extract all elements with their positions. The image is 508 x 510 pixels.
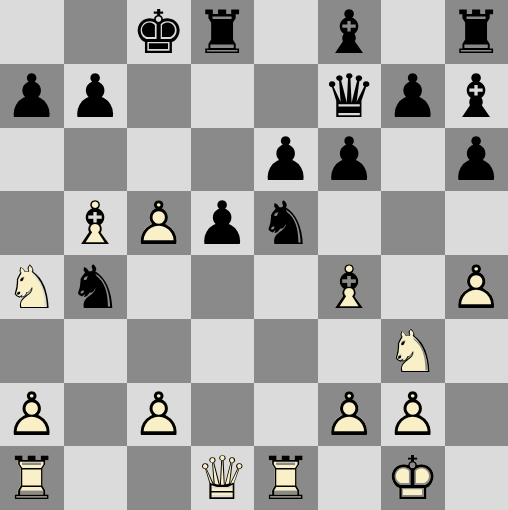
square-d2[interactable]	[191, 383, 255, 447]
square-a4[interactable]: ♞♘	[0, 255, 64, 319]
black-knight-piece: ♞	[64, 255, 128, 319]
square-a2[interactable]: ♟♙	[0, 383, 64, 447]
square-a8[interactable]	[0, 0, 64, 64]
square-d8[interactable]: ♜	[191, 0, 255, 64]
square-d7[interactable]	[191, 64, 255, 128]
square-d3[interactable]	[191, 319, 255, 383]
square-b4[interactable]: ♞	[64, 255, 128, 319]
square-d6[interactable]	[191, 128, 255, 192]
white-rook-piece: ♜♖	[0, 446, 64, 510]
white-pawn-piece: ♟♙	[127, 383, 191, 447]
square-e7[interactable]	[254, 64, 318, 128]
square-c8[interactable]: ♚	[127, 0, 191, 64]
black-bishop-piece: ♝	[318, 0, 382, 64]
white-rook-piece: ♜♖	[254, 446, 318, 510]
white-bishop-piece: ♝♗	[318, 255, 382, 319]
square-a5[interactable]	[0, 191, 64, 255]
black-queen-piece: ♛	[318, 64, 382, 128]
square-g6[interactable]	[381, 128, 445, 192]
black-pawn-piece: ♟	[191, 191, 255, 255]
square-h8[interactable]: ♜	[445, 0, 508, 64]
square-c2[interactable]: ♟♙	[127, 383, 191, 447]
square-g5[interactable]	[381, 191, 445, 255]
square-h3[interactable]	[445, 319, 508, 383]
square-a1[interactable]: ♜♖	[0, 446, 64, 510]
square-g7[interactable]: ♟	[381, 64, 445, 128]
square-a3[interactable]	[0, 319, 64, 383]
square-e1[interactable]: ♜♖	[254, 446, 318, 510]
square-f7[interactable]: ♛	[318, 64, 382, 128]
square-h1[interactable]	[445, 446, 508, 510]
square-h6[interactable]: ♟	[445, 128, 508, 192]
white-knight-piece: ♞♘	[0, 255, 64, 319]
white-pawn-piece: ♟♙	[127, 191, 191, 255]
square-f1[interactable]	[318, 446, 382, 510]
square-b1[interactable]	[64, 446, 128, 510]
white-pawn-piece: ♟♙	[381, 383, 445, 447]
black-pawn-piece: ♟	[381, 64, 445, 128]
black-rook-piece: ♜	[191, 0, 255, 64]
black-knight-piece: ♞	[254, 191, 318, 255]
square-e6[interactable]: ♟	[254, 128, 318, 192]
white-pawn-piece: ♟♙	[318, 383, 382, 447]
black-pawn-piece: ♟	[254, 128, 318, 192]
square-b3[interactable]	[64, 319, 128, 383]
square-f3[interactable]	[318, 319, 382, 383]
black-pawn-piece: ♟	[445, 128, 508, 192]
square-a6[interactable]	[0, 128, 64, 192]
square-c7[interactable]	[127, 64, 191, 128]
square-f6[interactable]: ♟	[318, 128, 382, 192]
square-c1[interactable]	[127, 446, 191, 510]
square-h4[interactable]: ♟♙	[445, 255, 508, 319]
square-a7[interactable]: ♟	[0, 64, 64, 128]
square-d1[interactable]: ♛♕	[191, 446, 255, 510]
white-king-piece: ♚♔	[381, 446, 445, 510]
square-d5[interactable]: ♟	[191, 191, 255, 255]
square-f5[interactable]	[318, 191, 382, 255]
square-h5[interactable]	[445, 191, 508, 255]
white-bishop-piece: ♝♗	[64, 191, 128, 255]
white-pawn-piece: ♟♙	[445, 255, 508, 319]
square-e5[interactable]: ♞	[254, 191, 318, 255]
black-pawn-piece: ♟	[64, 64, 128, 128]
chess-board: ♚♜♝♜♟♟♛♟♝♟♟♟♝♗♟♙♟♞♞♘♞♝♗♟♙♞♘♟♙♟♙♟♙♟♙♜♖♛♕♜…	[0, 0, 508, 510]
square-c6[interactable]	[127, 128, 191, 192]
square-g1[interactable]: ♚♔	[381, 446, 445, 510]
black-pawn-piece: ♟	[318, 128, 382, 192]
square-g3[interactable]: ♞♘	[381, 319, 445, 383]
square-g8[interactable]	[381, 0, 445, 64]
square-g2[interactable]: ♟♙	[381, 383, 445, 447]
square-e4[interactable]	[254, 255, 318, 319]
black-pawn-piece: ♟	[0, 64, 64, 128]
square-c3[interactable]	[127, 319, 191, 383]
square-b5[interactable]: ♝♗	[64, 191, 128, 255]
square-h2[interactable]	[445, 383, 508, 447]
white-pawn-piece: ♟♙	[0, 383, 64, 447]
square-g4[interactable]	[381, 255, 445, 319]
square-b2[interactable]	[64, 383, 128, 447]
white-queen-piece: ♛♕	[191, 446, 255, 510]
square-h7[interactable]: ♝	[445, 64, 508, 128]
square-c5[interactable]: ♟♙	[127, 191, 191, 255]
white-knight-piece: ♞♘	[381, 319, 445, 383]
black-king-piece: ♚	[127, 0, 191, 64]
square-e8[interactable]	[254, 0, 318, 64]
square-b8[interactable]	[64, 0, 128, 64]
square-e3[interactable]	[254, 319, 318, 383]
square-d4[interactable]	[191, 255, 255, 319]
square-c4[interactable]	[127, 255, 191, 319]
square-b6[interactable]	[64, 128, 128, 192]
square-b7[interactable]: ♟	[64, 64, 128, 128]
square-e2[interactable]	[254, 383, 318, 447]
square-f2[interactable]: ♟♙	[318, 383, 382, 447]
square-f8[interactable]: ♝	[318, 0, 382, 64]
black-bishop-piece: ♝	[445, 64, 508, 128]
black-rook-piece: ♜	[445, 0, 508, 64]
square-f4[interactable]: ♝♗	[318, 255, 382, 319]
